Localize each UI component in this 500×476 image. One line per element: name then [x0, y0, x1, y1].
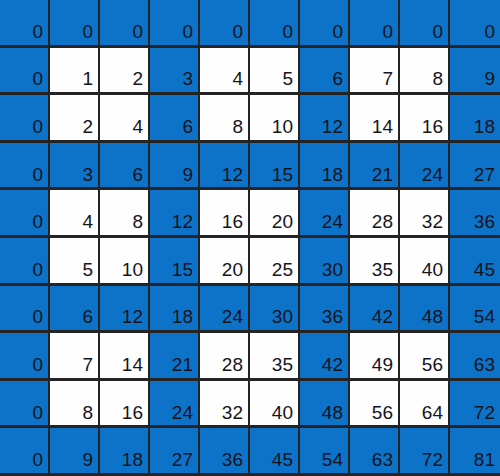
cell-r5-c3[interactable]: 15	[150, 238, 200, 286]
cell-r3-c5[interactable]: 15	[250, 143, 300, 191]
cell-r5-c8[interactable]: 40	[400, 238, 450, 286]
cell-r8-c4[interactable]: 32	[200, 381, 250, 429]
cell-r9-c0[interactable]: 0	[0, 428, 50, 476]
cell-r7-c8[interactable]: 56	[400, 333, 450, 381]
cell-r0-c1[interactable]: 0	[50, 0, 100, 48]
cell-r2-c7[interactable]: 14	[350, 95, 400, 143]
cell-r5-c2[interactable]: 10	[100, 238, 150, 286]
cell-r6-c8[interactable]: 48	[400, 286, 450, 334]
cell-r5-c4[interactable]: 20	[200, 238, 250, 286]
cell-r8-c9[interactable]: 72	[450, 381, 500, 429]
cell-r2-c9[interactable]: 18	[450, 95, 500, 143]
cell-r9-c2[interactable]: 18	[100, 428, 150, 476]
cell-r2-c2[interactable]: 4	[100, 95, 150, 143]
cell-r6-c6[interactable]: 36	[300, 286, 350, 334]
cell-r7-c4[interactable]: 28	[200, 333, 250, 381]
cell-r4-c2[interactable]: 8	[100, 190, 150, 238]
cell-r1-c2[interactable]: 2	[100, 48, 150, 96]
cell-r2-c0[interactable]: 0	[0, 95, 50, 143]
cell-r3-c4[interactable]: 12	[200, 143, 250, 191]
cell-r7-c6[interactable]: 42	[300, 333, 350, 381]
cell-r0-c0[interactable]: 0	[0, 0, 50, 48]
cell-r6-c5[interactable]: 30	[250, 286, 300, 334]
cell-r9-c5[interactable]: 45	[250, 428, 300, 476]
cell-r9-c9[interactable]: 81	[450, 428, 500, 476]
cell-r7-c1[interactable]: 7	[50, 333, 100, 381]
cell-r9-c8[interactable]: 72	[400, 428, 450, 476]
cell-r9-c1[interactable]: 9	[50, 428, 100, 476]
cell-r6-c4[interactable]: 24	[200, 286, 250, 334]
cell-r1-c7[interactable]: 7	[350, 48, 400, 96]
cell-r5-c7[interactable]: 35	[350, 238, 400, 286]
cell-r2-c8[interactable]: 16	[400, 95, 450, 143]
cell-r3-c8[interactable]: 24	[400, 143, 450, 191]
cell-r0-c5[interactable]: 0	[250, 0, 300, 48]
cell-r5-c9[interactable]: 45	[450, 238, 500, 286]
cell-r7-c9[interactable]: 63	[450, 333, 500, 381]
cell-r1-c0[interactable]: 0	[0, 48, 50, 96]
cell-r2-c6[interactable]: 12	[300, 95, 350, 143]
cell-r4-c5[interactable]: 20	[250, 190, 300, 238]
cell-r1-c3[interactable]: 3	[150, 48, 200, 96]
cell-r9-c7[interactable]: 63	[350, 428, 400, 476]
cell-r4-c1[interactable]: 4	[50, 190, 100, 238]
cell-r6-c3[interactable]: 18	[150, 286, 200, 334]
cell-r9-c4[interactable]: 36	[200, 428, 250, 476]
cell-r9-c3[interactable]: 27	[150, 428, 200, 476]
cell-r0-c8[interactable]: 0	[400, 0, 450, 48]
cell-r3-c3[interactable]: 9	[150, 143, 200, 191]
cell-r6-c9[interactable]: 54	[450, 286, 500, 334]
cell-r1-c1[interactable]: 1	[50, 48, 100, 96]
cell-r3-c1[interactable]: 3	[50, 143, 100, 191]
cell-r4-c6[interactable]: 24	[300, 190, 350, 238]
cell-r8-c7[interactable]: 56	[350, 381, 400, 429]
cell-r5-c6[interactable]: 30	[300, 238, 350, 286]
cell-r2-c5[interactable]: 10	[250, 95, 300, 143]
cell-r5-c5[interactable]: 25	[250, 238, 300, 286]
cell-r1-c4[interactable]: 4	[200, 48, 250, 96]
cell-r4-c4[interactable]: 16	[200, 190, 250, 238]
cell-r8-c1[interactable]: 8	[50, 381, 100, 429]
cell-r8-c3[interactable]: 24	[150, 381, 200, 429]
cell-r3-c9[interactable]: 27	[450, 143, 500, 191]
cell-r3-c0[interactable]: 0	[0, 143, 50, 191]
cell-r2-c3[interactable]: 6	[150, 95, 200, 143]
cell-r8-c6[interactable]: 48	[300, 381, 350, 429]
cell-r1-c5[interactable]: 5	[250, 48, 300, 96]
cell-r0-c6[interactable]: 0	[300, 0, 350, 48]
cell-r1-c8[interactable]: 8	[400, 48, 450, 96]
cell-r6-c2[interactable]: 12	[100, 286, 150, 334]
cell-r6-c7[interactable]: 42	[350, 286, 400, 334]
cell-r7-c0[interactable]: 0	[0, 333, 50, 381]
cell-r8-c5[interactable]: 40	[250, 381, 300, 429]
cell-r0-c9[interactable]: 0	[450, 0, 500, 48]
cell-r3-c7[interactable]: 21	[350, 143, 400, 191]
cell-r8-c2[interactable]: 16	[100, 381, 150, 429]
cell-r8-c8[interactable]: 64	[400, 381, 450, 429]
cell-r5-c1[interactable]: 5	[50, 238, 100, 286]
cell-r3-c2[interactable]: 6	[100, 143, 150, 191]
cell-r5-c0[interactable]: 0	[0, 238, 50, 286]
cell-r4-c7[interactable]: 28	[350, 190, 400, 238]
cell-r3-c6[interactable]: 18	[300, 143, 350, 191]
cell-r0-c3[interactable]: 0	[150, 0, 200, 48]
cell-r7-c5[interactable]: 35	[250, 333, 300, 381]
cell-r4-c8[interactable]: 32	[400, 190, 450, 238]
cell-r0-c7[interactable]: 0	[350, 0, 400, 48]
cell-r6-c1[interactable]: 6	[50, 286, 100, 334]
cell-r2-c4[interactable]: 8	[200, 95, 250, 143]
cell-r0-c2[interactable]: 0	[100, 0, 150, 48]
multiplication-board: 0000000000012345678902468101214161803691…	[0, 0, 500, 476]
cell-r8-c0[interactable]: 0	[0, 381, 50, 429]
cell-r4-c0[interactable]: 0	[0, 190, 50, 238]
cell-r4-c9[interactable]: 36	[450, 190, 500, 238]
cell-r1-c6[interactable]: 6	[300, 48, 350, 96]
cell-r0-c4[interactable]: 0	[200, 0, 250, 48]
cell-r4-c3[interactable]: 12	[150, 190, 200, 238]
cell-r2-c1[interactable]: 2	[50, 95, 100, 143]
cell-r6-c0[interactable]: 0	[0, 286, 50, 334]
cell-r7-c2[interactable]: 14	[100, 333, 150, 381]
cell-r7-c3[interactable]: 21	[150, 333, 200, 381]
cell-r1-c9[interactable]: 9	[450, 48, 500, 96]
cell-r9-c6[interactable]: 54	[300, 428, 350, 476]
cell-r7-c7[interactable]: 49	[350, 333, 400, 381]
